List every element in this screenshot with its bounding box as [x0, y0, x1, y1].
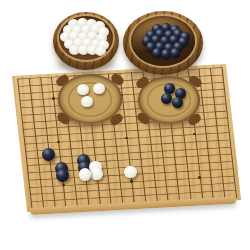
white-stone [93, 83, 105, 94]
white-stone [95, 46, 106, 56]
go-board [12, 64, 241, 212]
black-bowl-opening [131, 16, 195, 66]
black-stone [164, 83, 175, 94]
white-stone [81, 96, 93, 107]
black-stone [161, 93, 172, 104]
white-stones-lid [58, 74, 122, 124]
black-stones-lid [138, 76, 200, 124]
black-stone [172, 97, 183, 108]
white-stones-bowl [53, 12, 119, 70]
white-stone [77, 84, 89, 95]
black-stone [170, 48, 180, 58]
black-stones-bowl [123, 11, 203, 75]
board-grid [17, 67, 237, 209]
go-set-photo [0, 0, 250, 250]
white-bowl-opening [59, 16, 113, 60]
